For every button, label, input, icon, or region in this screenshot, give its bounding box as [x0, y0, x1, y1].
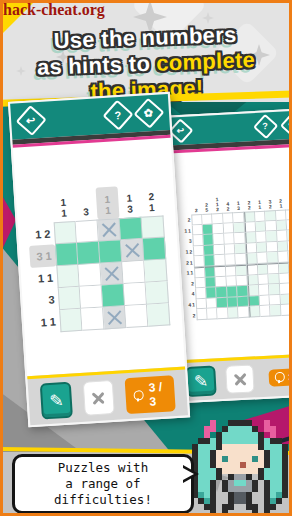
back-card-footer: ✎ 3 / 3 [175, 353, 292, 402]
board-cell[interactable] [289, 251, 292, 262]
board-cell[interactable] [80, 285, 103, 308]
board-cell[interactable] [205, 266, 216, 277]
board-cell[interactable] [225, 244, 236, 255]
lightbulb-icon [133, 390, 144, 401]
board-cell[interactable] [259, 295, 270, 306]
row-hint: 21 [179, 257, 194, 268]
board-cell[interactable] [290, 283, 292, 294]
board-cell[interactable] [259, 285, 270, 296]
slogan-accent: complete [156, 47, 256, 75]
board-cell[interactable] [194, 267, 205, 278]
board-cell[interactable] [147, 303, 170, 326]
back-icon: ↩ [177, 126, 185, 135]
board-cell[interactable] [291, 304, 292, 315]
board-cell[interactable] [196, 299, 207, 310]
board-cell[interactable] [121, 239, 144, 262]
board-corner [26, 190, 54, 224]
board-cell[interactable] [237, 275, 248, 286]
back-button[interactable]: ↩ [16, 105, 47, 136]
board-cell[interactable] [98, 218, 121, 241]
board-cell[interactable] [260, 306, 271, 317]
board-cell[interactable] [266, 221, 277, 232]
board-cell[interactable] [100, 262, 123, 285]
board-cell[interactable] [267, 252, 278, 263]
row-hint: 11 [33, 310, 60, 334]
board-cell[interactable] [255, 211, 266, 222]
back-icon: ↩ [26, 115, 36, 127]
help-icon: ? [114, 109, 121, 120]
board-cell[interactable] [99, 240, 122, 263]
board-cell[interactable] [288, 241, 292, 252]
board-cell[interactable] [77, 242, 100, 265]
board-cell[interactable] [102, 284, 125, 307]
hint-count: 3 / 3 [148, 380, 167, 409]
board-corner [176, 195, 191, 216]
row-hint: 3 [178, 236, 193, 247]
row-hint: 2 [177, 215, 192, 226]
board-cell[interactable] [279, 273, 290, 284]
board-cell[interactable] [235, 243, 246, 254]
board-cell[interactable] [207, 309, 218, 320]
row-hint: 11 [180, 267, 195, 278]
x-mark-tool-button[interactable] [83, 380, 114, 416]
settings-icon: ✿ [144, 107, 154, 119]
board-cell[interactable] [287, 220, 292, 231]
board-cell[interactable] [227, 286, 238, 297]
board-cell[interactable] [286, 209, 292, 220]
board-cell[interactable] [247, 275, 258, 286]
board-cell[interactable] [195, 277, 206, 288]
settings-button[interactable]: ✿ [280, 112, 292, 137]
board-cell[interactable] [278, 252, 289, 263]
row-hint: 41 [182, 299, 197, 310]
board-cell[interactable] [255, 221, 266, 232]
board-cell[interactable] [192, 235, 203, 246]
col-hint: 21 [139, 184, 163, 217]
board-cell[interactable] [269, 284, 280, 295]
board-cell[interactable] [257, 264, 268, 275]
board-cell[interactable] [58, 287, 81, 310]
caption-line3: difficulties! [15, 492, 191, 508]
pencil-tool-button[interactable]: ✎ [40, 382, 73, 420]
board-cell[interactable] [55, 243, 78, 266]
settings-icon: ✿ [289, 120, 292, 129]
col-hint: 3 [285, 189, 292, 210]
board-cell[interactable] [244, 211, 255, 222]
col-hint: 13 [118, 185, 142, 218]
board-cell[interactable] [212, 213, 223, 224]
pencil-tool-button[interactable]: ✎ [185, 365, 217, 397]
settings-button[interactable]: ✿ [133, 98, 164, 129]
help-icon: ? [263, 122, 269, 131]
board-cell[interactable] [234, 222, 245, 233]
lightbulb-icon [274, 372, 285, 383]
col-hint: 11 [52, 189, 76, 222]
header-spacer [51, 116, 98, 119]
board-cell[interactable] [223, 212, 234, 223]
board-cell[interactable] [246, 253, 257, 264]
board-cell[interactable] [215, 255, 226, 266]
x-mark-tool-button[interactable] [225, 364, 254, 393]
row-hint: 12 [179, 246, 194, 257]
board-cell[interactable] [267, 242, 278, 253]
board-cell[interactable] [276, 220, 287, 231]
board-cell[interactable] [235, 233, 246, 244]
board-cell[interactable] [191, 214, 202, 225]
board-cell[interactable] [248, 285, 259, 296]
board-cell[interactable] [234, 212, 245, 223]
board-cell[interactable] [216, 287, 227, 298]
board-cell[interactable] [196, 309, 207, 320]
board-cell[interactable] [223, 223, 234, 234]
row-hint: 11 [30, 266, 57, 290]
board-cell[interactable] [103, 306, 126, 329]
board-cell[interactable] [246, 243, 257, 254]
board-cell[interactable] [268, 263, 279, 274]
board-cell[interactable] [258, 274, 269, 285]
board-cell[interactable] [217, 297, 228, 308]
board-cell[interactable] [206, 287, 217, 298]
board-cell[interactable] [206, 298, 217, 309]
row-hint: 31 [29, 244, 56, 268]
board-cell[interactable] [193, 246, 204, 257]
board-cell[interactable] [270, 295, 281, 306]
board-cell[interactable] [238, 296, 249, 307]
board-cell[interactable] [291, 294, 292, 305]
board-cell[interactable] [276, 210, 287, 221]
board-cell[interactable] [281, 305, 292, 316]
board-cell[interactable] [277, 231, 288, 242]
board-cell[interactable] [239, 307, 250, 318]
board-cell[interactable] [257, 253, 268, 264]
board-cell[interactable] [193, 256, 204, 267]
board-cell[interactable] [144, 259, 167, 282]
board-cell[interactable] [195, 288, 206, 299]
header-spacer [199, 127, 248, 130]
board-cell[interactable] [227, 297, 238, 308]
row-hint: 2 [181, 278, 196, 289]
board-cell[interactable] [216, 276, 227, 287]
board-cell[interactable] [245, 222, 256, 233]
row-hint: 12 [28, 222, 55, 246]
board-cell[interactable] [56, 265, 79, 288]
board-cell[interactable] [78, 264, 101, 287]
board-cell[interactable] [202, 224, 213, 235]
board-cell[interactable] [280, 294, 291, 305]
help-button[interactable]: ? [103, 100, 134, 131]
caption-line2: a range of [15, 476, 191, 492]
nonogram-board-10x10: 2251124213221132213211312211124412 [176, 188, 292, 321]
row-hint: 11 [178, 225, 193, 236]
col-hint: 3 [74, 188, 98, 221]
puzzle-card-front: ↩ ? ✿ 113111321123111311 ✎ 3 / 3 [8, 92, 190, 428]
caption-line1: Puzzles with [15, 460, 191, 476]
front-card-footer: ✎ 3 / 3 [27, 366, 188, 425]
board-cell[interactable] [256, 232, 267, 243]
board-cell[interactable] [249, 306, 260, 317]
board-cell[interactable] [214, 245, 225, 256]
watermark: hack-cheat.org [3, 1, 105, 19]
board-cell[interactable] [237, 286, 248, 297]
board-cell[interactable] [266, 231, 277, 242]
hint-count: 3 / 3 [288, 370, 292, 382]
board-cell[interactable] [54, 221, 77, 244]
help-button[interactable]: ? [253, 114, 278, 139]
banner-slogan: Use the numbers as hints tocomplete the … [0, 20, 292, 102]
board-cell[interactable] [124, 283, 147, 306]
board-cell[interactable] [236, 265, 247, 276]
board-cell[interactable] [228, 307, 239, 318]
board-cell[interactable] [125, 305, 148, 328]
board-cell[interactable] [202, 213, 213, 224]
board-cell[interactable] [269, 274, 280, 285]
board-cell[interactable] [236, 254, 247, 265]
board-cell[interactable] [225, 255, 236, 266]
board-cell[interactable] [247, 264, 258, 275]
board-cell[interactable] [265, 210, 276, 221]
board-cell[interactable] [245, 232, 256, 243]
board-cell[interactable] [224, 233, 235, 244]
board-cell[interactable] [203, 235, 214, 246]
board-cell[interactable] [279, 262, 290, 273]
board-cell[interactable] [192, 225, 203, 236]
board-cell[interactable] [226, 276, 237, 287]
board-cell[interactable] [217, 308, 228, 319]
board-cell[interactable] [146, 281, 169, 304]
board-cell[interactable] [226, 265, 237, 276]
speech-bubble: Puzzles with a range of difficulties! [12, 454, 194, 514]
board-cell[interactable] [277, 241, 288, 252]
board-cell[interactable] [122, 261, 145, 284]
board-cell[interactable] [76, 220, 99, 243]
board-cell[interactable] [204, 256, 215, 267]
hint-counter-badge[interactable]: 3 / 3 [124, 375, 176, 414]
nonogram-board-5x5: 113111321123111311 [26, 183, 183, 334]
row-hint: 4 [181, 289, 196, 300]
board-cell[interactable] [81, 307, 104, 330]
board-cell[interactable] [288, 230, 292, 241]
board-cell[interactable] [256, 242, 267, 253]
board-cell[interactable] [213, 234, 224, 245]
board-cell[interactable] [141, 215, 164, 238]
board-cell[interactable] [143, 237, 166, 260]
board-cell[interactable] [289, 262, 292, 273]
row-hint: 3 [32, 288, 59, 312]
col-hint: 11 [96, 186, 120, 219]
board-cell[interactable] [215, 266, 226, 277]
pencil-icon: ✎ [49, 390, 65, 412]
board-cell[interactable] [270, 305, 281, 316]
board-cell[interactable] [280, 284, 291, 295]
pencil-icon: ✎ [193, 370, 208, 392]
board-cell[interactable] [203, 245, 214, 256]
row-hint: 2 [182, 310, 197, 321]
hint-counter-badge[interactable]: 3 / 3 [268, 367, 292, 386]
board-cell[interactable] [249, 296, 260, 307]
board-cell[interactable] [213, 223, 224, 234]
board-cell[interactable] [59, 309, 82, 332]
board-cell[interactable] [205, 277, 216, 288]
board-cell[interactable] [120, 217, 143, 240]
board-cell[interactable] [290, 272, 292, 283]
